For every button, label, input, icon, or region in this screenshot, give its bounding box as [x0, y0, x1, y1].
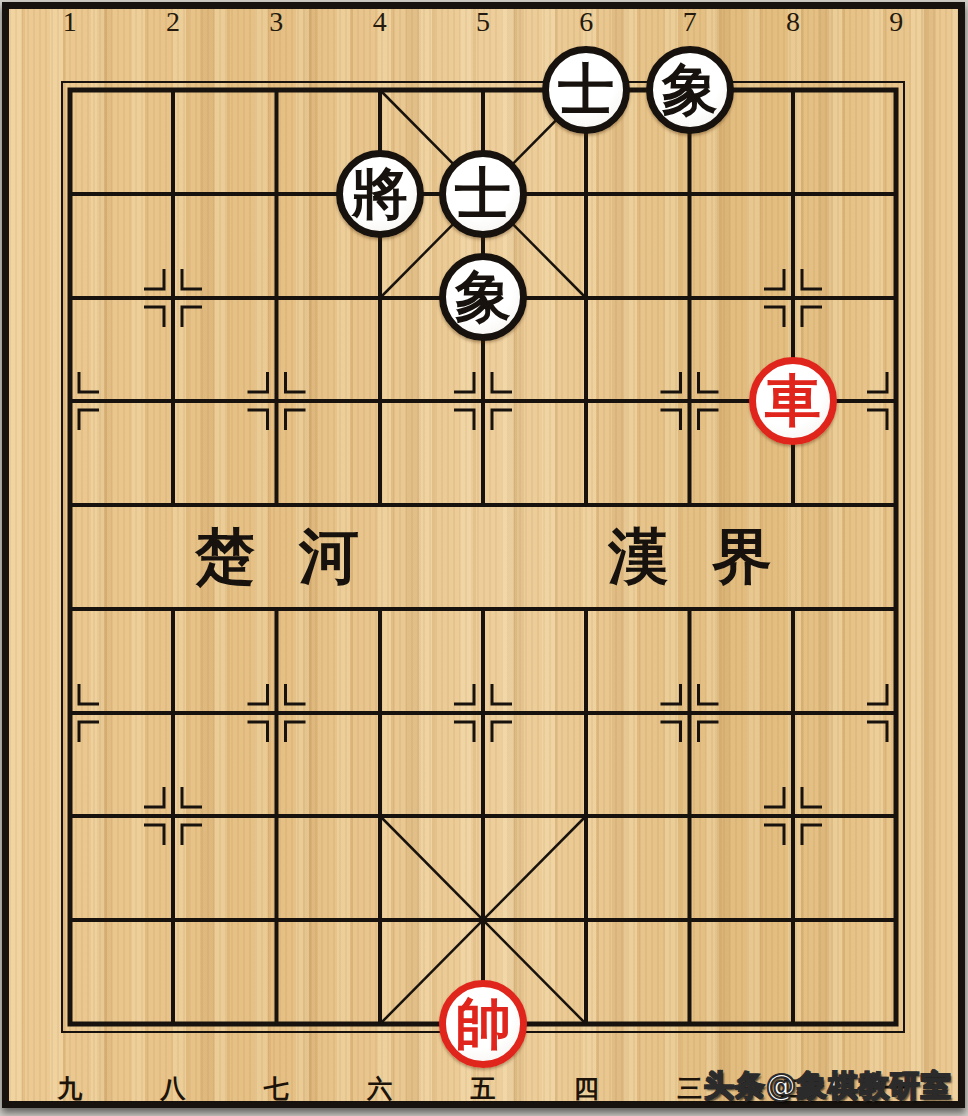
piece-red-general[interactable]: 帥: [439, 980, 527, 1068]
board-intersections: 士象將士象車帥: [18, 38, 948, 1076]
xiangqi-app: 123456789 楚河漢界 士象將士象車帥 九八七六五四三二一 头条@象棋教研…: [0, 0, 968, 1116]
intersection: 帥: [431, 972, 534, 1076]
piece-red-chariot[interactable]: 車: [749, 357, 837, 445]
file-label-bottom: 六: [367, 1072, 392, 1105]
file-label-top: 4: [373, 6, 387, 38]
watermark: 头条@象棋教研室: [704, 1066, 952, 1106]
file-label-bottom: 九: [57, 1072, 82, 1105]
file-label-top: 9: [889, 6, 903, 38]
file-label-top: 3: [269, 6, 283, 38]
file-labels-top: 123456789: [18, 4, 948, 40]
file-label-bottom: 八: [160, 1072, 185, 1105]
intersection: 士: [431, 142, 534, 246]
intersection: 將: [328, 142, 431, 246]
file-label-top: 2: [166, 6, 180, 38]
piece-black-elephant[interactable]: 象: [439, 253, 527, 341]
file-label-top: 5: [476, 6, 490, 38]
intersection: 車: [741, 349, 844, 453]
file-label-bottom: 三: [677, 1072, 702, 1105]
piece-black-advisor[interactable]: 士: [439, 150, 527, 238]
intersection: 象: [431, 246, 534, 350]
file-label-top: 7: [683, 6, 697, 38]
piece-black-advisor[interactable]: 士: [542, 46, 630, 134]
file-label-top: 6: [579, 6, 593, 38]
intersection: 象: [638, 38, 741, 142]
file-label-bottom: 四: [574, 1072, 599, 1105]
file-label-top: 1: [63, 6, 77, 38]
file-label-bottom: 七: [264, 1072, 289, 1105]
piece-black-general[interactable]: 將: [336, 150, 424, 238]
intersection: 士: [535, 38, 638, 142]
piece-black-elephant[interactable]: 象: [646, 46, 734, 134]
file-label-top: 8: [786, 6, 800, 38]
file-label-bottom: 五: [470, 1072, 495, 1105]
